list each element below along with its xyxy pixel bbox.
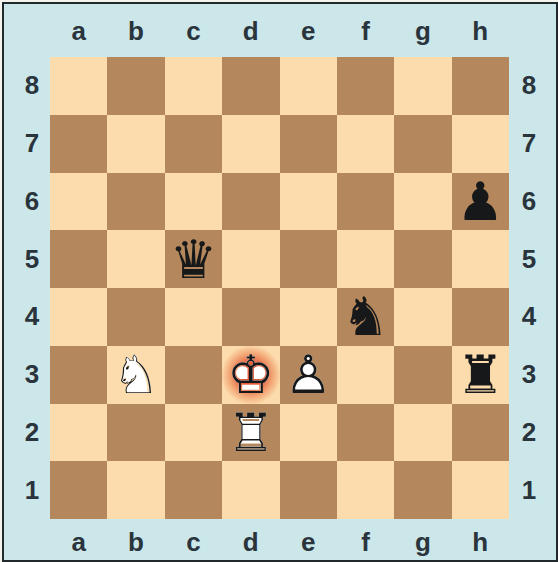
black-queen[interactable]: ♛♕ (165, 230, 222, 288)
file-label-b: b (107, 527, 164, 558)
white-king[interactable]: ♚♔ (222, 346, 279, 404)
square-h1[interactable] (452, 461, 509, 519)
white-king-outline: ♔ (227, 346, 275, 403)
square-b4[interactable] (107, 288, 164, 346)
square-g6[interactable] (394, 173, 451, 231)
square-h6[interactable]: ♟♙ (452, 173, 509, 231)
square-f4[interactable]: ♞♘ (337, 288, 394, 346)
white-rook-outline: ♖ (227, 404, 275, 461)
chess-diagram-page: abcdefgh abcdefgh 87654321 87654321 ♟♙♛♕… (0, 0, 558, 562)
square-h5[interactable] (452, 230, 509, 288)
rank-label-7: 7 (509, 128, 549, 159)
file-label-e: e (280, 16, 337, 47)
square-d7[interactable] (222, 115, 279, 173)
file-label-f: f (337, 527, 394, 558)
square-f7[interactable] (337, 115, 394, 173)
square-h8[interactable] (452, 57, 509, 115)
square-c3[interactable] (165, 346, 222, 404)
square-a4[interactable] (50, 288, 107, 346)
rank-labels-right: 87654321 (509, 57, 549, 519)
rank-label-7: 7 (12, 128, 52, 159)
square-a7[interactable] (50, 115, 107, 173)
black-knight-glyph: ♞ (342, 288, 390, 345)
rank-label-2: 2 (12, 417, 52, 448)
square-h2[interactable] (452, 404, 509, 462)
rank-label-6: 6 (509, 186, 549, 217)
white-pawn-outline: ♙ (284, 346, 332, 403)
square-a8[interactable] (50, 57, 107, 115)
square-e8[interactable] (280, 57, 337, 115)
square-g5[interactable] (394, 230, 451, 288)
black-knight[interactable]: ♞♘ (337, 288, 394, 346)
square-d4[interactable] (222, 288, 279, 346)
file-label-h: h (452, 527, 509, 558)
square-c6[interactable] (165, 173, 222, 231)
square-c8[interactable] (165, 57, 222, 115)
board-frame: abcdefgh abcdefgh 87654321 87654321 ♟♙♛♕… (2, 2, 558, 562)
file-labels-bottom: abcdefgh (50, 520, 509, 562)
square-c2[interactable] (165, 404, 222, 462)
square-h3[interactable]: ♜♖ (452, 346, 509, 404)
black-pawn-glyph: ♟ (457, 173, 505, 230)
square-b7[interactable] (107, 115, 164, 173)
square-b1[interactable] (107, 461, 164, 519)
rank-label-5: 5 (509, 244, 549, 275)
square-a6[interactable] (50, 173, 107, 231)
rank-labels-left: 87654321 (12, 57, 52, 519)
black-pawn[interactable]: ♟♙ (452, 173, 509, 231)
square-g2[interactable] (394, 404, 451, 462)
square-d6[interactable] (222, 173, 279, 231)
square-g1[interactable] (394, 461, 451, 519)
file-label-g: g (394, 527, 451, 558)
white-knight[interactable]: ♞♘ (107, 346, 164, 404)
black-queen-glyph: ♛ (170, 231, 218, 288)
white-knight-outline: ♘ (112, 346, 160, 403)
file-label-a: a (50, 527, 107, 558)
square-b6[interactable] (107, 173, 164, 231)
square-g3[interactable] (394, 346, 451, 404)
square-a5[interactable] (50, 230, 107, 288)
square-d3[interactable]: ♚♔ (222, 346, 279, 404)
square-e5[interactable] (280, 230, 337, 288)
square-a1[interactable] (50, 461, 107, 519)
square-g8[interactable] (394, 57, 451, 115)
file-label-g: g (394, 16, 451, 47)
black-rook-glyph: ♜ (457, 346, 505, 403)
rank-label-2: 2 (509, 417, 549, 448)
square-g4[interactable] (394, 288, 451, 346)
file-label-b: b (107, 16, 164, 47)
square-f1[interactable] (337, 461, 394, 519)
square-d8[interactable] (222, 57, 279, 115)
chess-board: ♟♙♛♕♞♘♞♘♚♔♟♙♜♖♜♖ (50, 57, 509, 519)
square-c7[interactable] (165, 115, 222, 173)
square-d1[interactable] (222, 461, 279, 519)
square-e3[interactable]: ♟♙ (280, 346, 337, 404)
file-label-f: f (337, 16, 394, 47)
square-e1[interactable] (280, 461, 337, 519)
white-rook[interactable]: ♜♖ (222, 404, 279, 462)
file-label-c: c (165, 527, 222, 558)
rank-label-5: 5 (12, 244, 52, 275)
rank-label-4: 4 (12, 301, 52, 332)
file-label-d: d (222, 527, 279, 558)
square-f3[interactable] (337, 346, 394, 404)
rank-label-3: 3 (12, 359, 52, 390)
file-label-e: e (280, 527, 337, 558)
square-f2[interactable] (337, 404, 394, 462)
square-b8[interactable] (107, 57, 164, 115)
rank-label-3: 3 (509, 359, 549, 390)
square-a3[interactable] (50, 346, 107, 404)
square-h7[interactable] (452, 115, 509, 173)
rank-label-1: 1 (12, 475, 52, 506)
square-d5[interactable] (222, 230, 279, 288)
file-label-a: a (50, 16, 107, 47)
rank-label-8: 8 (509, 70, 549, 101)
square-e4[interactable] (280, 288, 337, 346)
square-b5[interactable] (107, 230, 164, 288)
square-f6[interactable] (337, 173, 394, 231)
file-label-d: d (222, 16, 279, 47)
square-b3[interactable]: ♞♘ (107, 346, 164, 404)
square-c1[interactable] (165, 461, 222, 519)
black-rook[interactable]: ♜♖ (452, 346, 509, 404)
white-pawn[interactable]: ♟♙ (280, 346, 337, 404)
rank-label-8: 8 (12, 70, 52, 101)
rank-label-4: 4 (509, 301, 549, 332)
square-g7[interactable] (394, 115, 451, 173)
square-h4[interactable] (452, 288, 509, 346)
file-labels-top: abcdefgh (50, 9, 509, 53)
square-c4[interactable] (165, 288, 222, 346)
square-c5[interactable]: ♛♕ (165, 230, 222, 288)
square-f5[interactable] (337, 230, 394, 288)
file-label-h: h (452, 16, 509, 47)
square-a2[interactable] (50, 404, 107, 462)
rank-label-1: 1 (509, 475, 549, 506)
square-b2[interactable] (107, 404, 164, 462)
square-f8[interactable] (337, 57, 394, 115)
file-label-c: c (165, 16, 222, 47)
square-e6[interactable] (280, 173, 337, 231)
rank-label-6: 6 (12, 186, 52, 217)
square-e7[interactable] (280, 115, 337, 173)
square-e2[interactable] (280, 404, 337, 462)
square-d2[interactable]: ♜♖ (222, 404, 279, 462)
